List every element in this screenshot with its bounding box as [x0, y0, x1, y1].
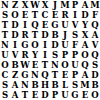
grid-cell-r4c5[interactable]: D	[40, 30, 50, 40]
grid-cell-r3c1[interactable]: T	[0, 20, 10, 30]
grid-cell-r7c8[interactable]: U	[70, 60, 80, 70]
grid-cell-r2c7[interactable]: R	[60, 10, 70, 20]
grid-cell-r6c5[interactable]: I	[40, 50, 50, 60]
grid-cell-r10c10[interactable]: O	[90, 90, 100, 100]
grid-cell-r8c8[interactable]: P	[70, 70, 80, 80]
grid-cell-r1c6[interactable]: J	[50, 0, 60, 10]
grid-cell-r6c6[interactable]: S	[50, 50, 60, 60]
grid-cell-r5c9[interactable]: A	[80, 40, 90, 50]
grid-cell-r1c5[interactable]: X	[40, 0, 50, 10]
grid-cell-r4c1[interactable]: T	[0, 30, 10, 40]
grid-cell-r7c6[interactable]: N	[50, 60, 60, 70]
grid-cell-r5c8[interactable]: F	[70, 40, 80, 50]
grid-cell-r2c8[interactable]: I	[70, 10, 80, 20]
grid-cell-r1c3[interactable]: X	[20, 0, 30, 10]
grid-cell-r8c1[interactable]: C	[0, 70, 10, 80]
grid-cell-r3c4[interactable]: Q	[30, 20, 40, 30]
grid-cell-r10c1[interactable]: S	[0, 90, 10, 100]
grid-cell-r6c3[interactable]: R	[20, 50, 30, 60]
grid-cell-r9c7[interactable]: L	[60, 80, 70, 90]
grid-cell-r10c5[interactable]: D	[40, 90, 50, 100]
grid-cell-r2c6[interactable]: E	[50, 10, 60, 20]
grid-cell-r2c3[interactable]: E	[20, 10, 30, 20]
grid-cell-r2c2[interactable]: O	[10, 10, 20, 20]
grid-cell-r4c4[interactable]: T	[30, 30, 40, 40]
grid-cell-r7c5[interactable]: T	[40, 60, 50, 70]
grid-cell-r6c7[interactable]: P	[60, 50, 70, 60]
grid-cell-r3c7[interactable]: U	[60, 20, 70, 30]
grid-cell-r7c1[interactable]: O	[0, 60, 10, 70]
grid-cell-r2c5[interactable]: C	[40, 10, 50, 20]
grid-cell-r7c7[interactable]: O	[60, 60, 70, 70]
grid-cell-r4c10[interactable]: A	[90, 30, 100, 40]
grid-cell-r4c7[interactable]: J	[60, 30, 70, 40]
grid-cell-r2c1[interactable]: S	[0, 10, 10, 20]
grid-cell-r2c9[interactable]: D	[80, 10, 90, 20]
grid-cell-r10c7[interactable]: U	[60, 90, 70, 100]
word-search-grid: NZXWXJMPAMSOETCERIDFTDIQEGUVYQTDRTDBJSXA…	[0, 0, 100, 100]
grid-cell-r4c6[interactable]: B	[50, 30, 60, 40]
grid-cell-r2c4[interactable]: T	[30, 10, 40, 20]
grid-cell-r3c9[interactable]: Y	[80, 20, 90, 30]
grid-cell-r8c9[interactable]: A	[80, 70, 90, 80]
grid-cell-r5c5[interactable]: I	[40, 40, 50, 50]
grid-cell-r3c2[interactable]: D	[10, 20, 20, 30]
grid-cell-r3c5[interactable]: E	[40, 20, 50, 30]
grid-cell-r2c10[interactable]: F	[90, 10, 100, 20]
grid-cell-r6c4[interactable]: Y	[30, 50, 40, 60]
grid-cell-r9c4[interactable]: B	[30, 80, 40, 90]
grid-cell-r8c6[interactable]: T	[50, 70, 60, 80]
grid-cell-r1c4[interactable]: W	[30, 0, 40, 10]
grid-cell-r10c4[interactable]: E	[30, 90, 40, 100]
grid-cell-r10c3[interactable]: T	[20, 90, 30, 100]
grid-cell-r5c2[interactable]: I	[10, 40, 20, 50]
grid-cell-r9c5[interactable]: H	[40, 80, 50, 90]
grid-cell-r6c9[interactable]: O	[80, 50, 90, 60]
grid-cell-r7c4[interactable]: E	[30, 60, 40, 70]
grid-cell-r5c6[interactable]: D	[50, 40, 60, 50]
grid-cell-r4c2[interactable]: D	[10, 30, 20, 40]
grid-cell-r10c6[interactable]: P	[50, 90, 60, 100]
grid-cell-r9c10[interactable]: B	[90, 80, 100, 90]
grid-cell-r6c10[interactable]: Q	[90, 50, 100, 60]
grid-cell-r7c2[interactable]: B	[10, 60, 20, 70]
grid-cell-r10c9[interactable]: E	[80, 90, 90, 100]
grid-cell-r9c2[interactable]: A	[10, 80, 20, 90]
grid-cell-r8c4[interactable]: N	[30, 70, 40, 80]
grid-cell-r6c1[interactable]: U	[0, 50, 10, 60]
grid-cell-r3c6[interactable]: G	[50, 20, 60, 30]
grid-cell-r10c8[interactable]: G	[70, 90, 80, 100]
grid-cell-r3c10[interactable]: Q	[90, 20, 100, 30]
grid-cell-r8c2[interactable]: Z	[10, 70, 20, 80]
grid-cell-r8c5[interactable]: Q	[40, 70, 50, 80]
grid-cell-r8c10[interactable]: D	[90, 70, 100, 80]
grid-cell-r4c8[interactable]: S	[70, 30, 80, 40]
grid-cell-r8c7[interactable]: E	[60, 70, 70, 80]
grid-cell-r1c8[interactable]: P	[70, 0, 80, 10]
grid-cell-r9c6[interactable]: B	[50, 80, 60, 90]
grid-cell-r8c3[interactable]: G	[20, 70, 30, 80]
grid-cell-r5c4[interactable]: O	[30, 40, 40, 50]
grid-cell-r7c3[interactable]: W	[20, 60, 30, 70]
grid-cell-r10c2[interactable]: A	[10, 90, 20, 100]
grid-cell-r5c10[interactable]: V	[90, 40, 100, 50]
grid-cell-r9c1[interactable]: S	[0, 80, 10, 90]
grid-cell-r4c3[interactable]: R	[20, 30, 30, 40]
grid-cell-r9c8[interactable]: S	[70, 80, 80, 90]
grid-cell-r6c2[interactable]: V	[10, 50, 20, 60]
grid-cell-r5c1[interactable]: N	[0, 40, 10, 50]
grid-cell-r6c8[interactable]: P	[70, 50, 80, 60]
grid-cell-r1c7[interactable]: M	[60, 0, 70, 10]
grid-cell-r3c8[interactable]: V	[70, 20, 80, 30]
grid-cell-r4c9[interactable]: X	[80, 30, 90, 40]
grid-cell-r1c2[interactable]: Z	[10, 0, 20, 10]
grid-cell-r7c10[interactable]: S	[90, 60, 100, 70]
grid-cell-r1c9[interactable]: A	[80, 0, 90, 10]
grid-cell-r9c9[interactable]: M	[80, 80, 90, 90]
grid-cell-r7c9[interactable]: Q	[80, 60, 90, 70]
grid-cell-r5c3[interactable]: G	[20, 40, 30, 50]
grid-cell-r5c7[interactable]: U	[60, 40, 70, 50]
grid-cell-r1c1[interactable]: N	[0, 0, 10, 10]
grid-cell-r1c10[interactable]: M	[90, 0, 100, 10]
grid-cell-r3c3[interactable]: I	[20, 20, 30, 30]
grid-cell-r9c3[interactable]: N	[20, 80, 30, 90]
